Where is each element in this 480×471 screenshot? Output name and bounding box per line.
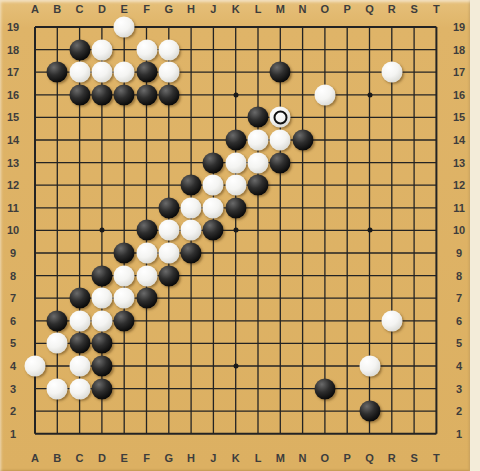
stone-white-F9	[136, 243, 157, 264]
stone-white-B5	[47, 333, 68, 354]
coordinate-label-bottom-D: D	[98, 453, 106, 464]
stone-white-D17	[91, 62, 112, 83]
stone-white-L14	[248, 130, 269, 151]
coordinate-label-top-M: M	[276, 4, 285, 15]
coordinate-label-bottom-J: J	[210, 453, 216, 464]
coordinate-label-right-1: 1	[456, 428, 462, 439]
coordinate-label-bottom-G: G	[165, 453, 174, 464]
stone-white-G9	[158, 243, 179, 264]
stone-white-J11	[203, 197, 224, 218]
stone-black-E9	[114, 243, 135, 264]
stone-black-H12	[181, 175, 202, 196]
stone-white-B3	[47, 378, 68, 399]
coordinate-label-right-11: 11	[453, 202, 465, 213]
coordinate-label-right-9: 9	[456, 248, 462, 259]
stone-white-E7	[114, 288, 135, 309]
star-point-Q16	[367, 92, 372, 97]
coordinate-label-top-A: A	[31, 4, 39, 15]
coordinate-label-bottom-H: H	[187, 453, 195, 464]
coordinate-label-left-7: 7	[10, 293, 16, 304]
coordinate-label-top-K: K	[232, 4, 240, 15]
coordinate-label-top-L: L	[255, 4, 262, 15]
stone-white-H11	[181, 197, 202, 218]
coordinate-label-left-11: 11	[7, 202, 19, 213]
stone-black-Q2	[359, 401, 380, 422]
stone-white-F8	[136, 265, 157, 286]
stone-black-C5	[69, 333, 90, 354]
coordinate-label-right-12: 12	[453, 180, 465, 191]
stone-black-J13	[203, 152, 224, 173]
stone-black-E16	[114, 84, 135, 105]
stone-black-M17	[270, 62, 291, 83]
stone-black-F17	[136, 62, 157, 83]
stone-black-N14	[292, 130, 313, 151]
star-point-K10	[233, 228, 238, 233]
coordinate-label-right-16: 16	[453, 89, 465, 100]
stone-white-K13	[225, 152, 246, 173]
stone-white-G17	[158, 62, 179, 83]
coordinate-label-left-3: 3	[10, 383, 16, 394]
stone-white-D6	[91, 310, 112, 331]
coordinate-label-top-P: P	[344, 4, 351, 15]
coordinate-label-left-17: 17	[7, 67, 19, 78]
stone-black-D3	[91, 378, 112, 399]
stone-white-H10	[181, 220, 202, 241]
stone-white-G18	[158, 39, 179, 60]
coordinate-label-top-N: N	[299, 4, 307, 15]
coordinate-label-left-10: 10	[7, 225, 19, 236]
coordinate-label-right-6: 6	[456, 315, 462, 326]
stone-black-K14	[225, 130, 246, 151]
coordinate-label-bottom-S: S	[410, 453, 417, 464]
stone-black-D16	[91, 84, 112, 105]
coordinate-label-top-F: F	[143, 4, 150, 15]
stone-black-C16	[69, 84, 90, 105]
coordinate-label-left-9: 9	[10, 248, 16, 259]
stone-white-E19	[114, 17, 135, 38]
star-point-Q10	[367, 228, 372, 233]
coordinate-label-bottom-E: E	[121, 453, 128, 464]
coordinate-label-left-8: 8	[10, 270, 16, 281]
stone-white-E8	[114, 265, 135, 286]
coordinate-label-right-19: 19	[453, 22, 465, 33]
coordinate-label-left-12: 12	[7, 180, 19, 191]
stone-white-C17	[69, 62, 90, 83]
stone-black-D4	[91, 356, 112, 377]
stone-white-M14	[270, 130, 291, 151]
stone-white-C6	[69, 310, 90, 331]
stone-white-C3	[69, 378, 90, 399]
coordinate-label-right-8: 8	[456, 270, 462, 281]
coordinate-label-bottom-N: N	[299, 453, 307, 464]
star-point-K16	[233, 92, 238, 97]
stone-black-G16	[158, 84, 179, 105]
coordinate-label-bottom-P: P	[344, 453, 351, 464]
stone-black-H9	[181, 243, 202, 264]
coordinate-label-top-R: R	[388, 4, 396, 15]
stone-black-F16	[136, 84, 157, 105]
coordinate-label-bottom-L: L	[255, 453, 262, 464]
coordinate-label-right-5: 5	[456, 338, 462, 349]
coordinate-label-bottom-C: C	[76, 453, 84, 464]
coordinate-label-top-Q: Q	[365, 4, 374, 15]
coordinate-label-right-3: 3	[456, 383, 462, 394]
coordinate-label-top-O: O	[321, 4, 330, 15]
stone-black-E6	[114, 310, 135, 331]
coordinate-label-left-14: 14	[7, 135, 19, 146]
stone-black-B17	[47, 62, 68, 83]
coordinate-label-bottom-T: T	[433, 453, 440, 464]
stone-black-D8	[91, 265, 112, 286]
coordinate-label-left-6: 6	[10, 315, 16, 326]
coordinate-label-top-T: T	[433, 4, 440, 15]
stone-black-O3	[314, 378, 335, 399]
go-board[interactable]: AABBCCDDEEFFGGHHJJKKLLMMNNOOPPQQRRSSTT19…	[0, 0, 470, 471]
coordinate-label-right-17: 17	[453, 67, 465, 78]
coordinate-label-left-18: 18	[7, 44, 19, 55]
stone-black-G11	[158, 197, 179, 218]
coordinate-label-right-18: 18	[453, 44, 465, 55]
coordinate-label-bottom-B: B	[53, 453, 61, 464]
stone-black-G8	[158, 265, 179, 286]
stone-white-K12	[225, 175, 246, 196]
coordinate-label-bottom-K: K	[232, 453, 240, 464]
coordinate-label-left-4: 4	[10, 361, 16, 372]
stone-white-D18	[91, 39, 112, 60]
coordinate-label-right-2: 2	[456, 406, 462, 417]
coordinate-label-top-B: B	[53, 4, 61, 15]
stone-white-R17	[381, 62, 402, 83]
coordinate-label-right-15: 15	[453, 112, 465, 123]
stone-white-J12	[203, 175, 224, 196]
stone-black-L12	[248, 175, 269, 196]
stone-black-C18	[69, 39, 90, 60]
coordinate-label-bottom-Q: Q	[365, 453, 374, 464]
coordinate-label-bottom-O: O	[321, 453, 330, 464]
stone-black-F7	[136, 288, 157, 309]
stone-black-F10	[136, 220, 157, 241]
stone-black-J10	[203, 220, 224, 241]
last-move-marker	[273, 110, 287, 124]
stone-black-L15	[248, 107, 269, 128]
star-point-K4	[233, 364, 238, 369]
coordinate-label-right-14: 14	[453, 135, 465, 146]
stone-white-C4	[69, 356, 90, 377]
coordinate-label-left-2: 2	[10, 406, 16, 417]
coordinate-label-top-C: C	[76, 4, 84, 15]
coordinate-label-bottom-R: R	[388, 453, 396, 464]
coordinate-label-top-G: G	[165, 4, 174, 15]
coordinate-label-top-E: E	[121, 4, 128, 15]
stone-black-M13	[270, 152, 291, 173]
coordinate-label-left-15: 15	[7, 112, 19, 123]
coordinate-label-top-J: J	[210, 4, 216, 15]
stone-black-K11	[225, 197, 246, 218]
stone-white-E17	[114, 62, 135, 83]
coordinate-label-top-D: D	[98, 4, 106, 15]
star-point-D10	[99, 228, 104, 233]
stone-white-L13	[248, 152, 269, 173]
stone-white-M15	[270, 107, 291, 128]
stone-white-Q4	[359, 356, 380, 377]
stone-white-R6	[381, 310, 402, 331]
stone-black-C7	[69, 288, 90, 309]
coordinate-label-top-H: H	[187, 4, 195, 15]
coordinate-label-left-5: 5	[10, 338, 16, 349]
coordinate-label-right-7: 7	[456, 293, 462, 304]
stone-white-G10	[158, 220, 179, 241]
coordinate-label-top-S: S	[410, 4, 417, 15]
stone-black-B6	[47, 310, 68, 331]
coordinate-label-right-13: 13	[453, 157, 465, 168]
coordinate-label-left-1: 1	[10, 428, 16, 439]
coordinate-label-bottom-M: M	[276, 453, 285, 464]
coordinate-label-bottom-A: A	[31, 453, 39, 464]
stone-white-F18	[136, 39, 157, 60]
coordinate-label-right-4: 4	[456, 361, 462, 372]
coordinate-label-bottom-F: F	[143, 453, 150, 464]
coordinate-label-left-16: 16	[7, 89, 19, 100]
stone-black-D5	[91, 333, 112, 354]
stone-white-A4	[25, 356, 46, 377]
stone-white-O16	[314, 84, 335, 105]
go-game-screenshot: AABBCCDDEEFFGGHHJJKKLLMMNNOOPPQQRRSSTT19…	[0, 0, 480, 471]
coordinate-label-right-10: 10	[453, 225, 465, 236]
coordinate-label-left-19: 19	[7, 22, 19, 33]
coordinate-label-left-13: 13	[7, 157, 19, 168]
stone-white-D7	[91, 288, 112, 309]
